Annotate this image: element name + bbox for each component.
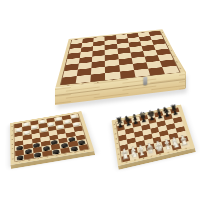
coordinate-label: 5 [12,139,14,141]
coordinate-label: 6 [115,133,117,135]
coordinate-label: 4 [12,143,14,145]
square: ♜ [180,141,190,148]
checker-black [68,137,75,142]
coordinate-label: 2 [12,153,14,155]
piece-black-pawn: ♟ [125,121,132,129]
coordinate-label: 3 [12,148,14,150]
checker-black [16,155,23,160]
square [78,144,89,151]
coordinate-label: 5 [168,45,170,46]
coordinate-label: 8 [113,124,115,126]
coordinate-label: 1 [12,158,14,160]
checker-black [60,143,67,148]
coordinate-label: 7 [11,130,12,132]
coordinate-label: 8 [11,126,12,128]
product-photo: абвгдежз 87654321 абвгдежз 87654321 ♜♞♝♛… [0,0,200,200]
square [59,142,69,148]
checker-black [43,146,50,151]
checker-black [70,146,78,151]
square [42,150,52,157]
coordinate-label: 6 [11,134,12,136]
piece-black-pawn: ♟ [148,116,155,124]
piece-black-pawn: ♟ [117,123,124,131]
coordinate-label: 1 [179,68,182,70]
coordinate-label: 6 [165,40,167,41]
coordinate-label: 1 [118,158,120,160]
piece-white-rook: ♜ [179,137,189,148]
coordinate-label: 3 [117,148,119,150]
coordinate-label: 2 [118,153,120,155]
metal-clasp-icon [143,77,146,85]
coordinate-label: 3 [173,55,176,57]
coordinate-label: 7 [163,36,165,37]
coordinate-label: 7 [114,129,116,131]
checker-black [52,149,59,154]
coordinate-label: 2 [176,61,179,63]
coordinate-label: 8 [161,32,163,33]
chess-board: ♜♞♝♛♚♝♞♜♟♟♟♟♟♟♟♟♟♟♟♟♟♟♟♟♜♞♝♛♚♝♞♜ абвгдеж… [112,104,195,165]
coordinate-label: 4 [116,143,118,145]
coordinate-label: 4 [170,50,172,52]
piece-black-pawn: ♟ [156,114,163,122]
coordinate-label: 5 [115,138,117,140]
checkers-board: абвгдежз 87654321 [10,111,94,165]
checker-black [78,140,86,145]
